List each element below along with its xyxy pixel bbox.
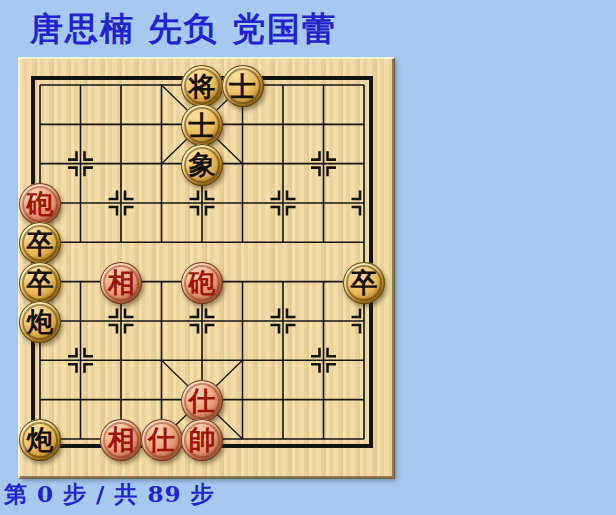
- piece-black-general[interactable]: 将: [181, 65, 223, 107]
- piece-red-elephant[interactable]: 相: [100, 262, 142, 304]
- piece-red-advisor[interactable]: 仕: [181, 380, 223, 422]
- piece-red-advisor[interactable]: 仕: [141, 419, 183, 461]
- move-counter: 第 0 步 / 共 89 步: [4, 479, 214, 510]
- piece-red-cannon[interactable]: 砲: [181, 262, 223, 304]
- piece-black-advisor[interactable]: 士: [222, 65, 264, 107]
- piece-black-cannon[interactable]: 炮: [19, 301, 61, 343]
- xiangqi-board: 将士士象砲卒卒相砲卒炮仕炮相仕帥: [18, 57, 394, 478]
- piece-red-general[interactable]: 帥: [181, 419, 223, 461]
- piece-red-elephant[interactable]: 相: [100, 419, 142, 461]
- piece-black-cannon[interactable]: 炮: [19, 419, 61, 461]
- piece-black-elephant[interactable]: 象: [181, 144, 223, 186]
- match-title: 唐思楠 先负 党国蕾: [30, 7, 337, 52]
- piece-black-soldier[interactable]: 卒: [19, 222, 61, 264]
- xiangqi-replay-window: { "window": { "width": 616, "height": 51…: [0, 0, 616, 515]
- piece-black-soldier[interactable]: 卒: [19, 262, 61, 304]
- piece-black-soldier[interactable]: 卒: [343, 262, 385, 304]
- piece-red-cannon[interactable]: 砲: [19, 183, 61, 225]
